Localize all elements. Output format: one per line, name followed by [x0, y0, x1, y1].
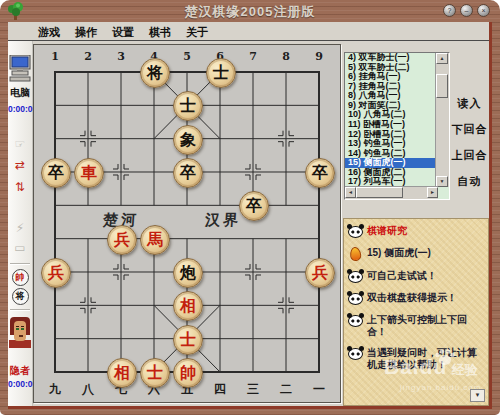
tip-line: 可自己走试试！	[348, 270, 486, 283]
move-list-item[interactable]: 13) 钓鱼马(一)	[345, 139, 436, 149]
move-list-item[interactable]: 5) 双车胁士(二)	[345, 63, 436, 73]
move-list-item[interactable]: 8) 八角马(一)	[345, 91, 436, 101]
tip-text: 双击棋盘获得提示！	[367, 292, 457, 304]
swap-arrows-icon[interactable]: ⇄	[8, 158, 32, 172]
tip-text: 上下箭头可控制上下回合！	[367, 314, 486, 338]
tip-line: 棋谱研究	[348, 225, 486, 238]
red-general-badge[interactable]: 帥	[12, 269, 29, 286]
baidu-paw-icon	[434, 347, 456, 367]
lightning-icon[interactable]: ⚡	[8, 221, 32, 235]
computer-icon	[9, 55, 31, 83]
scroll-left-button[interactable]: ◄	[345, 187, 356, 198]
column-label-bottom: 一	[311, 381, 327, 398]
piece-red[interactable]: 帥	[173, 358, 203, 388]
content-area: 游戏操作设置棋书关于 电脑 0:00:00 ☞ ⇄ ⇅ ⚡ ▭ 帥 将	[8, 22, 492, 409]
computer-timer: 0:00:00	[8, 104, 32, 114]
tip-text: 15) 侧面虎(一)	[367, 247, 431, 259]
panda-icon	[348, 348, 363, 360]
piece-black[interactable]: 将	[140, 58, 170, 88]
column-label-bottom: 九	[47, 381, 63, 398]
separator	[10, 263, 30, 265]
menu-item-5[interactable]: 关于	[180, 22, 214, 40]
piece-red[interactable]: 兵	[41, 258, 71, 288]
column-label-bottom: 二	[278, 381, 294, 398]
move-list-item[interactable]: 14) 钓鱼马(二)	[345, 149, 436, 159]
sidebar: 电脑 0:00:00 ☞ ⇄ ⇅ ⚡ ▭ 帥 将 隐者	[8, 41, 33, 406]
scroll-right-button[interactable]: ►	[427, 187, 438, 198]
info-scroll-down-button[interactable]: ▼	[470, 389, 485, 402]
column-label-top: 7	[245, 50, 261, 63]
scroll-thumb[interactable]	[356, 187, 403, 198]
next-round-button[interactable]: 下回合	[450, 122, 489, 137]
black-general-badge[interactable]: 将	[12, 288, 29, 305]
horizontal-scrollbar[interactable]: ◄ ►	[345, 186, 438, 199]
move-list-item[interactable]: 15) 侧面虎(一)	[345, 158, 436, 168]
piece-red[interactable]: 車	[74, 158, 104, 188]
auto-button[interactable]: 自动	[450, 174, 489, 189]
scroll-up-button[interactable]: ▲	[436, 53, 448, 64]
panda-icon	[348, 271, 363, 283]
page-icon[interactable]: ▭	[8, 241, 32, 255]
xiangqi-board: 楚河 汉界 123456789九八七六五四三二一将士士象卒車卒卒卒兵馬兵炮兵相士…	[33, 44, 341, 403]
column-label-bottom: 三	[245, 381, 261, 398]
baidu-watermark: Baidu 经验	[384, 355, 478, 379]
hand-icon[interactable]: ☞	[8, 137, 32, 151]
tip-line: 15) 侧面虎(一)	[348, 247, 486, 261]
window-controls: ?–×	[443, 4, 490, 17]
column-label-top: 1	[47, 50, 63, 63]
move-list-item[interactable]: 7) 挂角马(二)	[345, 82, 436, 92]
menu-item-2[interactable]: 操作	[69, 22, 103, 40]
piece-black[interactable]: 卒	[305, 158, 335, 188]
player-avatar	[8, 316, 32, 348]
menu-item-3[interactable]: 设置	[106, 22, 140, 40]
close-button[interactable]: ×	[477, 4, 490, 17]
tip-text: 棋谱研究	[367, 225, 407, 237]
piece-red[interactable]: 士	[173, 325, 203, 355]
load-button[interactable]: 读入	[450, 96, 489, 111]
column-label-top: 8	[278, 50, 294, 63]
column-label-bottom: 八	[80, 381, 96, 398]
piece-black[interactable]: 士	[206, 58, 236, 88]
piece-red[interactable]: 士	[140, 358, 170, 388]
menu-item-4[interactable]: 棋书	[143, 22, 177, 40]
column-label-top: 2	[80, 50, 96, 63]
piece-red[interactable]: 兵	[107, 225, 137, 255]
column-label-top: 9	[311, 50, 327, 63]
column-label-top: 5	[179, 50, 195, 63]
move-list-item[interactable]: 6) 挂角马(一)	[345, 72, 436, 82]
window-title: 楚汉棋缘2005注册版	[0, 3, 500, 21]
piece-black[interactable]: 卒	[41, 158, 71, 188]
move-list: 4) 双车胁士(一)5) 双车胁士(二)6) 挂角马(一)7) 挂角马(二)8)…	[344, 52, 450, 200]
move-list-item[interactable]: 11) 卧槽马(一)	[345, 120, 436, 130]
computer-label: 电脑	[8, 86, 32, 100]
river-label-right: 汉界	[200, 211, 245, 230]
piece-red[interactable]: 相	[107, 358, 137, 388]
action-buttons: 读入下回合上回合自动	[450, 96, 489, 200]
piece-red[interactable]: 馬	[140, 225, 170, 255]
move-list-item[interactable]: 4) 双车胁士(一)	[345, 53, 436, 63]
tip-line: 双击棋盘获得提示！	[348, 292, 486, 305]
tip-line: 上下箭头可控制上下回合！	[348, 314, 486, 338]
title-bar[interactable]: 楚汉棋缘2005注册版 ?–×	[0, 0, 500, 22]
up-down-arrows-icon[interactable]: ⇅	[8, 180, 32, 194]
player-timer: 0:00:00	[8, 379, 32, 389]
panda-icon	[348, 315, 363, 327]
column-label-bottom: 四	[212, 381, 228, 398]
help-button[interactable]: ?	[443, 4, 456, 17]
piece-black[interactable]: 卒	[173, 158, 203, 188]
move-list-item[interactable]: 16) 侧面虎(二)	[345, 168, 436, 178]
minimize-button[interactable]: –	[460, 4, 473, 17]
flame-icon	[349, 246, 362, 261]
panda-icon	[348, 226, 363, 238]
player-label: 隐者	[8, 364, 32, 378]
app-window: 楚汉棋缘2005注册版 ?–× 游戏操作设置棋书关于 电脑 0:00:00 ☞ …	[0, 0, 500, 415]
piece-black[interactable]: 炮	[173, 258, 203, 288]
menu-bar: 游戏操作设置棋书关于	[8, 22, 489, 41]
menu-item-1[interactable]: 游戏	[32, 22, 66, 40]
vertical-scrollbar[interactable]: ▲ ▼	[435, 53, 449, 187]
panda-icon	[348, 293, 363, 305]
piece-black[interactable]: 象	[173, 125, 203, 155]
tip-text: 可自己走试试！	[367, 270, 437, 282]
prev-round-button[interactable]: 上回合	[450, 148, 489, 163]
separator	[10, 309, 30, 311]
piece-red[interactable]: 兵	[305, 258, 335, 288]
move-list-item[interactable]: 12) 卧槽马(二)	[345, 130, 436, 140]
scroll-thumb[interactable]	[436, 74, 448, 98]
info-panel: 棋谱研究15) 侧面虎(一)可自己走试试！双击棋盘获得提示！上下箭头可控制上下回…	[343, 218, 489, 406]
move-list-item[interactable]: 10) 八角马(二)	[345, 110, 436, 120]
move-list-item[interactable]: 9) 对面笑(二)	[345, 101, 436, 111]
move-list-items: 4) 双车胁士(一)5) 双车胁士(二)6) 挂角马(一)7) 挂角马(二)8)…	[345, 53, 436, 187]
column-label-top: 3	[113, 50, 129, 63]
